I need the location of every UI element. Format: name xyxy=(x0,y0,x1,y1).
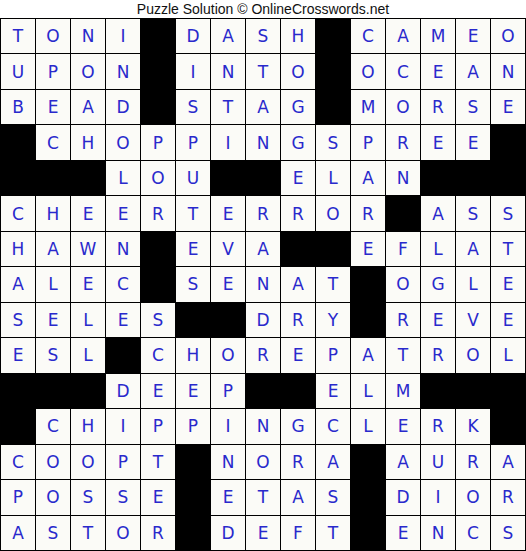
block-cell xyxy=(141,19,175,53)
block-cell xyxy=(141,232,175,266)
grid-cell: E xyxy=(211,480,245,514)
grid-cell: P xyxy=(141,409,175,443)
block-cell xyxy=(211,161,245,195)
grid-cell: V xyxy=(456,303,490,337)
block-cell xyxy=(386,196,420,230)
grid-cell: S xyxy=(106,480,140,514)
grid-cell: U xyxy=(1,54,35,88)
grid-cell: D xyxy=(176,19,210,53)
grid-cell: I xyxy=(421,480,455,514)
grid-cell: E xyxy=(281,161,315,195)
grid-cell: E xyxy=(456,19,490,53)
grid-cell: A xyxy=(386,445,420,479)
block-cell xyxy=(106,338,140,372)
grid-cell: C xyxy=(36,125,70,159)
grid-cell: S xyxy=(246,19,280,53)
grid-cell: P xyxy=(351,125,385,159)
grid-cell: L xyxy=(351,374,385,408)
block-cell xyxy=(71,374,105,408)
grid-cell: H xyxy=(176,338,210,372)
grid-cell: D xyxy=(246,303,280,337)
grid-cell: N xyxy=(71,19,105,53)
grid-cell: S xyxy=(176,90,210,124)
grid-cell: A xyxy=(1,267,35,301)
grid-cell: S xyxy=(491,516,525,550)
grid-cell: T xyxy=(386,338,420,372)
grid-cell: R xyxy=(141,196,175,230)
block-cell xyxy=(456,374,490,408)
block-cell xyxy=(176,516,210,550)
grid-cell: S xyxy=(71,480,105,514)
grid-cell: O xyxy=(351,54,385,88)
grid-cell: O xyxy=(106,125,140,159)
grid-cell: L xyxy=(71,338,105,372)
grid-cell: L xyxy=(456,267,490,301)
grid-cell: E xyxy=(176,232,210,266)
block-cell xyxy=(281,374,315,408)
grid-cell: T xyxy=(141,445,175,479)
grid-cell: E xyxy=(141,480,175,514)
grid-cell: T xyxy=(1,19,35,53)
grid-cell: C xyxy=(456,516,490,550)
grid-cell: R xyxy=(491,480,525,514)
grid-cell: R xyxy=(386,125,420,159)
crossword-grid: TONIDASHCAMEOUPONINTOOCEANBEADSTAGMORSEC… xyxy=(0,18,526,551)
block-cell xyxy=(36,161,70,195)
grid-cell: C xyxy=(316,409,350,443)
grid-cell: E xyxy=(71,267,105,301)
grid-cell: R xyxy=(421,90,455,124)
grid-cell: H xyxy=(71,125,105,159)
grid-cell: N xyxy=(246,125,280,159)
grid-cell: E xyxy=(316,374,350,408)
grid-cell: O xyxy=(141,161,175,195)
grid-cell: E xyxy=(351,232,385,266)
block-cell xyxy=(141,267,175,301)
grid-cell: A xyxy=(246,232,280,266)
grid-cell: S xyxy=(141,303,175,337)
grid-cell: P xyxy=(211,374,245,408)
grid-cell: R xyxy=(246,196,280,230)
block-cell xyxy=(1,409,35,443)
grid-cell: S xyxy=(176,267,210,301)
grid-cell: P xyxy=(36,54,70,88)
grid-cell: W xyxy=(71,232,105,266)
block-cell xyxy=(176,445,210,479)
grid-cell: H xyxy=(281,19,315,53)
grid-cell: B xyxy=(1,90,35,124)
grid-cell: O xyxy=(36,480,70,514)
block-cell xyxy=(246,374,280,408)
block-cell xyxy=(141,90,175,124)
block-cell xyxy=(1,374,35,408)
grid-cell: R xyxy=(456,445,490,479)
grid-cell: E xyxy=(211,267,245,301)
grid-cell: O xyxy=(36,19,70,53)
block-cell xyxy=(491,374,525,408)
grid-cell: N xyxy=(211,445,245,479)
grid-cell: G xyxy=(281,125,315,159)
block-cell xyxy=(246,161,280,195)
grid-cell: P xyxy=(1,480,35,514)
grid-cell: S xyxy=(316,125,350,159)
grid-cell: D xyxy=(386,480,420,514)
grid-cell: E xyxy=(421,54,455,88)
grid-cell: E xyxy=(176,374,210,408)
grid-cell: T xyxy=(316,516,350,550)
grid-cell: A xyxy=(351,161,385,195)
grid-cell: R xyxy=(351,196,385,230)
grid-cell: M xyxy=(351,90,385,124)
block-cell xyxy=(141,54,175,88)
grid-cell: E xyxy=(491,267,525,301)
grid-cell: V xyxy=(211,232,245,266)
grid-cell: A xyxy=(36,232,70,266)
grid-cell: A xyxy=(456,54,490,88)
grid-cell: I xyxy=(211,125,245,159)
grid-cell: N xyxy=(491,54,525,88)
block-cell xyxy=(456,161,490,195)
grid-cell: E xyxy=(386,409,420,443)
grid-cell: S xyxy=(36,338,70,372)
block-cell xyxy=(421,374,455,408)
grid-cell: O xyxy=(281,54,315,88)
grid-cell: C xyxy=(386,54,420,88)
grid-cell: S xyxy=(491,196,525,230)
grid-cell: N xyxy=(421,516,455,550)
block-cell xyxy=(1,125,35,159)
grid-cell: C xyxy=(351,19,385,53)
grid-cell: L xyxy=(491,338,525,372)
grid-cell: H xyxy=(1,232,35,266)
grid-cell: T xyxy=(491,232,525,266)
grid-cell: E xyxy=(106,303,140,337)
grid-cell: N xyxy=(106,54,140,88)
block-cell xyxy=(491,125,525,159)
grid-cell: O xyxy=(211,338,245,372)
grid-cell: C xyxy=(1,445,35,479)
block-cell xyxy=(351,480,385,514)
block-cell xyxy=(176,480,210,514)
grid-cell: S xyxy=(36,516,70,550)
grid-cell: O xyxy=(491,19,525,53)
grid-cell: E xyxy=(141,374,175,408)
grid-cell: P xyxy=(106,445,140,479)
grid-cell: C xyxy=(36,409,70,443)
grid-cell: C xyxy=(141,338,175,372)
grid-cell: N xyxy=(246,409,280,443)
grid-cell: M xyxy=(386,374,420,408)
block-cell xyxy=(351,445,385,479)
grid-cell: A xyxy=(351,338,385,372)
grid-cell: E xyxy=(386,516,420,550)
grid-cell: E xyxy=(491,303,525,337)
grid-cell: A xyxy=(211,19,245,53)
grid-cell: U xyxy=(421,445,455,479)
block-cell xyxy=(1,161,35,195)
grid-cell: E xyxy=(281,338,315,372)
grid-cell: O xyxy=(106,516,140,550)
block-cell xyxy=(316,54,350,88)
grid-cell: A xyxy=(281,480,315,514)
grid-cell: I xyxy=(106,409,140,443)
grid-cell: R xyxy=(281,445,315,479)
grid-cell: S xyxy=(1,303,35,337)
grid-cell: S xyxy=(456,90,490,124)
grid-cell: T xyxy=(246,54,280,88)
grid-cell: O xyxy=(316,196,350,230)
grid-cell: O xyxy=(36,445,70,479)
grid-cell: T xyxy=(71,516,105,550)
block-cell xyxy=(176,303,210,337)
grid-cell: A xyxy=(1,516,35,550)
grid-cell: D xyxy=(106,374,140,408)
grid-cell: R xyxy=(281,196,315,230)
grid-cell: P xyxy=(176,409,210,443)
grid-cell: E xyxy=(246,516,280,550)
block-cell xyxy=(491,161,525,195)
grid-cell: E xyxy=(106,196,140,230)
grid-cell: O xyxy=(386,267,420,301)
grid-cell: R xyxy=(141,516,175,550)
grid-cell: G xyxy=(281,409,315,443)
grid-cell: A xyxy=(456,232,490,266)
grid-cell: R xyxy=(421,409,455,443)
grid-cell: A xyxy=(491,445,525,479)
block-cell xyxy=(316,232,350,266)
grid-cell: N xyxy=(106,232,140,266)
page-title: Puzzle Solution © OnlineCrosswords.net xyxy=(0,0,526,18)
grid-cell: L xyxy=(316,161,350,195)
grid-cell: A xyxy=(316,445,350,479)
grid-cell: L xyxy=(71,303,105,337)
grid-cell: E xyxy=(36,90,70,124)
grid-cell: N xyxy=(386,161,420,195)
grid-cell: D xyxy=(106,90,140,124)
grid-cell: O xyxy=(456,480,490,514)
grid-cell: P xyxy=(316,338,350,372)
block-cell xyxy=(421,161,455,195)
grid-cell: L xyxy=(421,232,455,266)
block-cell xyxy=(36,374,70,408)
block-cell xyxy=(316,90,350,124)
grid-cell: C xyxy=(106,267,140,301)
grid-cell: G xyxy=(281,90,315,124)
grid-cell: A xyxy=(281,267,315,301)
grid-cell: K xyxy=(456,409,490,443)
grid-cell: R xyxy=(386,303,420,337)
grid-cell: A xyxy=(421,196,455,230)
grid-cell: L xyxy=(351,409,385,443)
grid-cell: E xyxy=(421,303,455,337)
grid-cell: O xyxy=(71,54,105,88)
grid-cell: H xyxy=(36,196,70,230)
block-cell xyxy=(351,303,385,337)
block-cell xyxy=(351,267,385,301)
grid-cell: A xyxy=(246,90,280,124)
grid-cell: E xyxy=(491,90,525,124)
grid-cell: U xyxy=(176,161,210,195)
grid-cell: T xyxy=(316,267,350,301)
grid-cell: H xyxy=(71,409,105,443)
grid-cell: P xyxy=(176,125,210,159)
grid-cell: O xyxy=(456,338,490,372)
grid-cell: A xyxy=(386,19,420,53)
grid-cell: E xyxy=(456,125,490,159)
grid-cell: G xyxy=(421,267,455,301)
grid-cell: F xyxy=(386,232,420,266)
grid-cell: O xyxy=(386,90,420,124)
grid-cell: S xyxy=(316,480,350,514)
grid-cell: D xyxy=(211,516,245,550)
grid-cell: C xyxy=(1,196,35,230)
grid-cell: T xyxy=(246,480,280,514)
block-cell xyxy=(281,232,315,266)
grid-cell: O xyxy=(71,445,105,479)
block-cell xyxy=(71,161,105,195)
grid-cell: L xyxy=(36,267,70,301)
grid-cell: S xyxy=(456,196,490,230)
grid-cell: O xyxy=(246,445,280,479)
grid-cell: R xyxy=(246,338,280,372)
grid-cell: I xyxy=(106,19,140,53)
grid-cell: E xyxy=(1,338,35,372)
grid-cell: L xyxy=(106,161,140,195)
grid-cell: R xyxy=(421,338,455,372)
grid-cell: Y xyxy=(316,303,350,337)
grid-cell: N xyxy=(246,267,280,301)
grid-cell: M xyxy=(421,19,455,53)
grid-cell: E xyxy=(211,196,245,230)
grid-cell: N xyxy=(211,54,245,88)
grid-cell: E xyxy=(36,303,70,337)
grid-cell: T xyxy=(176,196,210,230)
grid-cell: I xyxy=(211,409,245,443)
block-cell xyxy=(491,409,525,443)
grid-cell: I xyxy=(176,54,210,88)
grid-cell: R xyxy=(281,303,315,337)
grid-cell: F xyxy=(281,516,315,550)
block-cell xyxy=(316,19,350,53)
grid-cell: E xyxy=(421,125,455,159)
grid-cell: E xyxy=(71,196,105,230)
block-cell xyxy=(211,303,245,337)
grid-cell: T xyxy=(211,90,245,124)
grid-cell: P xyxy=(141,125,175,159)
grid-cell: A xyxy=(71,90,105,124)
block-cell xyxy=(351,516,385,550)
